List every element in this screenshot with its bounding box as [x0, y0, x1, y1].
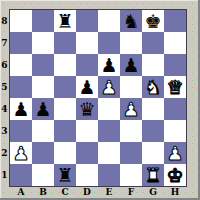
- square-e1[interactable]: [98, 164, 120, 186]
- square-h2[interactable]: ♟: [164, 142, 186, 164]
- square-d2[interactable]: [76, 142, 98, 164]
- rank-label-7: 7: [0, 32, 9, 54]
- square-h6[interactable]: [164, 54, 186, 76]
- square-e6[interactable]: ♟: [98, 54, 120, 76]
- square-h5[interactable]: ♛: [164, 76, 186, 98]
- square-b2[interactable]: [32, 142, 54, 164]
- square-c8[interactable]: ♜: [54, 10, 76, 32]
- white-king[interactable]: ♚: [166, 164, 183, 186]
- square-b7[interactable]: [32, 32, 54, 54]
- black-pawn[interactable]: ♟: [78, 76, 95, 98]
- square-f6[interactable]: ♟: [120, 54, 142, 76]
- black-queen[interactable]: ♛: [78, 98, 95, 120]
- rank-label-1: 1: [0, 164, 9, 186]
- square-g4[interactable]: [142, 98, 164, 120]
- file-label-c: C: [54, 186, 76, 197]
- square-g8[interactable]: ♚: [142, 10, 164, 32]
- square-b6[interactable]: [32, 54, 54, 76]
- white-queen[interactable]: ♛: [166, 76, 183, 98]
- black-rook[interactable]: ♜: [56, 164, 73, 186]
- file-label-g: G: [142, 186, 164, 197]
- square-e4[interactable]: [98, 98, 120, 120]
- black-pawn[interactable]: ♟: [34, 98, 51, 120]
- square-g1[interactable]: ♜: [142, 164, 164, 186]
- square-b4[interactable]: ♟: [32, 98, 54, 120]
- black-pawn[interactable]: ♟: [12, 98, 29, 120]
- square-f3[interactable]: [120, 120, 142, 142]
- file-label-e: E: [98, 186, 120, 197]
- square-a8[interactable]: [10, 10, 32, 32]
- square-d5[interactable]: ♟: [76, 76, 98, 98]
- white-knight[interactable]: ♞: [144, 76, 161, 98]
- square-e7[interactable]: [98, 32, 120, 54]
- square-a1[interactable]: [10, 164, 32, 186]
- square-d8[interactable]: [76, 10, 98, 32]
- square-d6[interactable]: [76, 54, 98, 76]
- black-pawn[interactable]: ♟: [122, 54, 139, 76]
- square-b8[interactable]: [32, 10, 54, 32]
- square-g3[interactable]: [142, 120, 164, 142]
- square-h7[interactable]: [164, 32, 186, 54]
- white-pawn[interactable]: ♟: [166, 142, 183, 164]
- square-f7[interactable]: [120, 32, 142, 54]
- white-pawn[interactable]: ♟: [12, 142, 29, 164]
- file-label-d: D: [76, 186, 98, 197]
- square-h3[interactable]: [164, 120, 186, 142]
- square-f2[interactable]: [120, 142, 142, 164]
- rank-label-6: 6: [0, 54, 9, 76]
- black-knight[interactable]: ♞: [122, 10, 139, 32]
- square-h8[interactable]: [164, 10, 186, 32]
- square-h1[interactable]: ♚: [164, 164, 186, 186]
- square-d1[interactable]: [76, 164, 98, 186]
- rank-labels: 87654321: [0, 10, 9, 186]
- square-d7[interactable]: [76, 32, 98, 54]
- square-c4[interactable]: [54, 98, 76, 120]
- file-label-h: H: [164, 186, 186, 197]
- file-label-f: F: [120, 186, 142, 197]
- rank-label-4: 4: [0, 98, 9, 120]
- rank-label-8: 8: [0, 10, 9, 32]
- white-pawn[interactable]: ♟: [100, 76, 117, 98]
- file-label-a: A: [10, 186, 32, 197]
- square-g2[interactable]: [142, 142, 164, 164]
- square-c1[interactable]: ♜: [54, 164, 76, 186]
- square-e5[interactable]: ♟: [98, 76, 120, 98]
- chessboard-frame: ♜♞♚♟♟♟♟♞♛♟♟♛♟♟♟♜♜♚ 87654321 ABCDEFGH: [0, 0, 200, 200]
- square-f8[interactable]: ♞: [120, 10, 142, 32]
- square-e2[interactable]: [98, 142, 120, 164]
- square-b1[interactable]: [32, 164, 54, 186]
- square-c3[interactable]: [54, 120, 76, 142]
- rank-label-3: 3: [0, 120, 9, 142]
- white-pawn[interactable]: ♟: [122, 98, 139, 120]
- square-f5[interactable]: [120, 76, 142, 98]
- black-king[interactable]: ♚: [144, 10, 161, 32]
- chess-board: ♜♞♚♟♟♟♟♞♛♟♟♛♟♟♟♜♜♚: [9, 9, 187, 187]
- rank-label-2: 2: [0, 142, 9, 164]
- square-h4[interactable]: [164, 98, 186, 120]
- rank-label-5: 5: [0, 76, 9, 98]
- file-label-b: B: [32, 186, 54, 197]
- square-a7[interactable]: [10, 32, 32, 54]
- square-c6[interactable]: [54, 54, 76, 76]
- square-b3[interactable]: [32, 120, 54, 142]
- square-d3[interactable]: [76, 120, 98, 142]
- square-g6[interactable]: [142, 54, 164, 76]
- square-c5[interactable]: [54, 76, 76, 98]
- square-b5[interactable]: [32, 76, 54, 98]
- square-c2[interactable]: [54, 142, 76, 164]
- square-d4[interactable]: ♛: [76, 98, 98, 120]
- square-a4[interactable]: ♟: [10, 98, 32, 120]
- file-labels: ABCDEFGH: [10, 186, 186, 197]
- black-rook[interactable]: ♜: [56, 10, 73, 32]
- square-a6[interactable]: [10, 54, 32, 76]
- black-pawn[interactable]: ♟: [100, 54, 117, 76]
- square-e8[interactable]: [98, 10, 120, 32]
- square-g7[interactable]: [142, 32, 164, 54]
- square-f4[interactable]: ♟: [120, 98, 142, 120]
- square-e3[interactable]: [98, 120, 120, 142]
- square-a5[interactable]: [10, 76, 32, 98]
- white-rook[interactable]: ♜: [144, 164, 161, 186]
- square-a2[interactable]: ♟: [10, 142, 32, 164]
- square-a3[interactable]: [10, 120, 32, 142]
- square-g5[interactable]: ♞: [142, 76, 164, 98]
- square-c7[interactable]: [54, 32, 76, 54]
- square-f1[interactable]: [120, 164, 142, 186]
